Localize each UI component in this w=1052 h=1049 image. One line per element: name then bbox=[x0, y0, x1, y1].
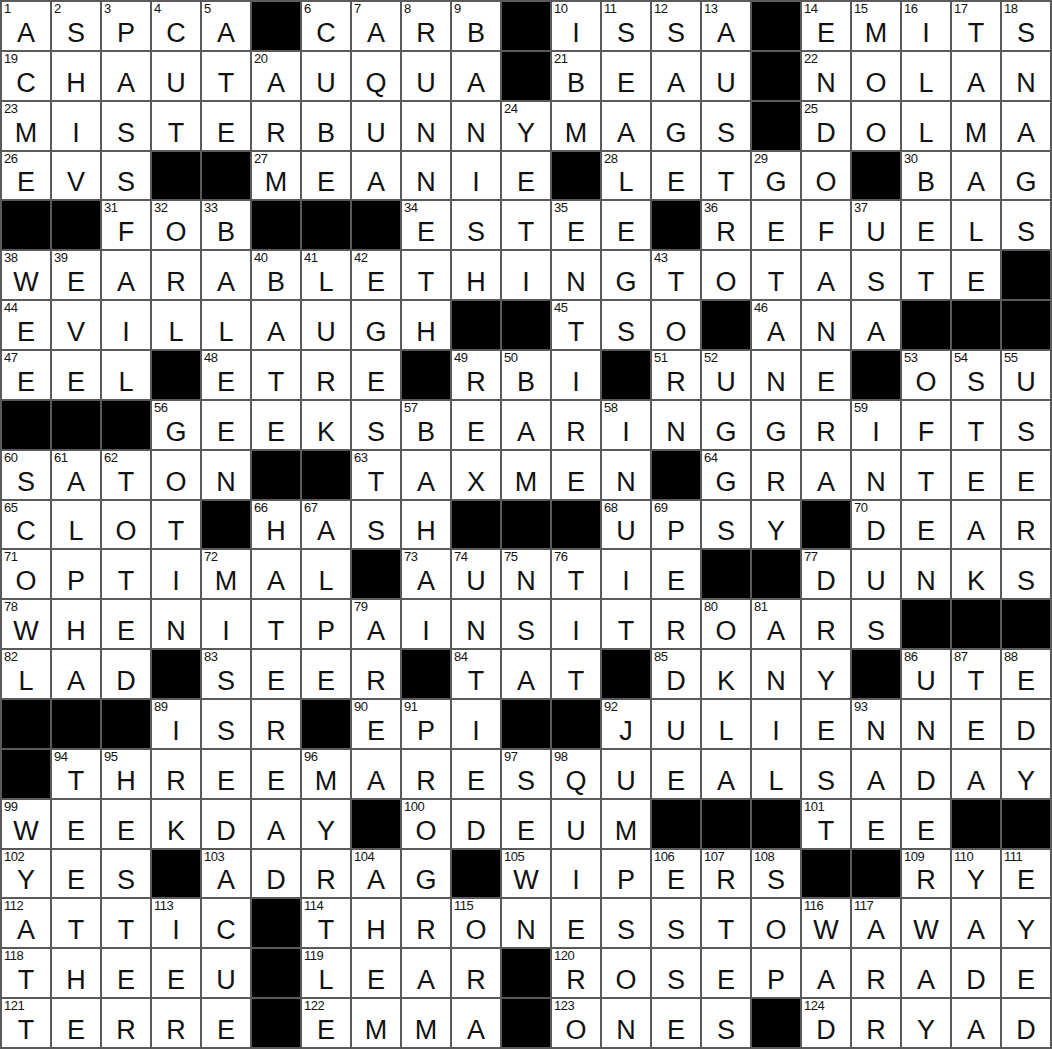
cell-r20c18[interactable]: R bbox=[852, 949, 900, 997]
cell-r1c1[interactable]: 1A bbox=[2, 2, 50, 50]
cell-r15c18[interactable]: 93N bbox=[852, 700, 900, 748]
cell-r4c6[interactable]: 27M bbox=[252, 152, 300, 200]
cell-r19c14[interactable]: S bbox=[652, 899, 700, 947]
cell-r17c7[interactable]: Y bbox=[302, 800, 350, 848]
cell-r13c9[interactable]: I bbox=[402, 600, 450, 648]
cell-r4c15[interactable]: T bbox=[702, 152, 750, 200]
cell-r13c12[interactable]: I bbox=[552, 600, 600, 648]
cell-r4c10[interactable]: I bbox=[452, 152, 500, 200]
cell-r16c2[interactable]: 94T bbox=[52, 750, 100, 798]
cell-r4c7[interactable]: E bbox=[302, 152, 350, 200]
cell-r10c19[interactable]: T bbox=[902, 451, 950, 499]
cell-r11c16[interactable]: Y bbox=[752, 501, 800, 549]
cell-r11c20[interactable]: A bbox=[952, 501, 1000, 549]
cell-r5c21[interactable]: S bbox=[1002, 201, 1050, 249]
cell-r5c19[interactable]: E bbox=[902, 201, 950, 249]
cell-r13c5[interactable]: I bbox=[202, 600, 250, 648]
cell-r8c20[interactable]: 54S bbox=[952, 351, 1000, 399]
cell-r9c18[interactable]: 59I bbox=[852, 401, 900, 449]
cell-r16c18[interactable]: A bbox=[852, 750, 900, 798]
cell-r16c20[interactable]: A bbox=[952, 750, 1000, 798]
cell-r5c20[interactable]: L bbox=[952, 201, 1000, 249]
cell-r9c6[interactable]: E bbox=[252, 401, 300, 449]
cell-r11c9[interactable]: H bbox=[402, 501, 450, 549]
cell-r11c3[interactable]: O bbox=[102, 501, 150, 549]
cell-r18c8[interactable]: 104A bbox=[352, 850, 400, 898]
cell-r21c13[interactable]: N bbox=[602, 999, 650, 1047]
cell-r13c10[interactable]: N bbox=[452, 600, 500, 648]
cell-r18c21[interactable]: 111E bbox=[1002, 850, 1050, 898]
cell-r9c14[interactable]: N bbox=[652, 401, 700, 449]
cell-r20c3[interactable]: E bbox=[102, 949, 150, 997]
cell-r4c3[interactable]: S bbox=[102, 152, 150, 200]
cell-r20c19[interactable]: A bbox=[902, 949, 950, 997]
cell-r3c8[interactable]: U bbox=[352, 102, 400, 150]
cell-r20c21[interactable]: E bbox=[1002, 949, 1050, 997]
cell-r19c8[interactable]: H bbox=[352, 899, 400, 947]
cell-r11c15[interactable]: S bbox=[702, 501, 750, 549]
cell-r10c1[interactable]: 60S bbox=[2, 451, 50, 499]
cell-r10c5[interactable]: N bbox=[202, 451, 250, 499]
cell-r18c2[interactable]: E bbox=[52, 850, 100, 898]
cell-r1c14[interactable]: 12S bbox=[652, 2, 700, 50]
cell-r16c6[interactable]: E bbox=[252, 750, 300, 798]
cell-r9c17[interactable]: R bbox=[802, 401, 850, 449]
cell-r7c12[interactable]: 45T bbox=[552, 301, 600, 349]
cell-r18c6[interactable]: D bbox=[252, 850, 300, 898]
cell-r3c2[interactable]: I bbox=[52, 102, 100, 150]
cell-r11c8[interactable]: S bbox=[352, 501, 400, 549]
cell-r16c9[interactable]: R bbox=[402, 750, 450, 798]
cell-r5c10[interactable]: S bbox=[452, 201, 500, 249]
cell-r10c17[interactable]: A bbox=[802, 451, 850, 499]
cell-r19c15[interactable]: T bbox=[702, 899, 750, 947]
cell-r19c12[interactable]: E bbox=[552, 899, 600, 947]
cell-r18c19[interactable]: 109R bbox=[902, 850, 950, 898]
cell-r20c16[interactable]: P bbox=[752, 949, 800, 997]
cell-r13c13[interactable]: T bbox=[602, 600, 650, 648]
cell-r14c21[interactable]: 88E bbox=[1002, 650, 1050, 698]
cell-r19c21[interactable]: Y bbox=[1002, 899, 1050, 947]
cell-r20c9[interactable]: A bbox=[402, 949, 450, 997]
cell-r20c14[interactable]: S bbox=[652, 949, 700, 997]
cell-r18c11[interactable]: 105W bbox=[502, 850, 550, 898]
cell-r7c4[interactable]: L bbox=[152, 301, 200, 349]
cell-r12c10[interactable]: 74U bbox=[452, 550, 500, 598]
cell-r9c15[interactable]: G bbox=[702, 401, 750, 449]
cell-r10c10[interactable]: X bbox=[452, 451, 500, 499]
cell-r21c15[interactable]: S bbox=[702, 999, 750, 1047]
cell-r14c1[interactable]: 82L bbox=[2, 650, 50, 698]
cell-r16c13[interactable]: U bbox=[602, 750, 650, 798]
cell-r7c18[interactable]: A bbox=[852, 301, 900, 349]
cell-r7c9[interactable]: H bbox=[402, 301, 450, 349]
cell-r18c3[interactable]: S bbox=[102, 850, 150, 898]
cell-r3c12[interactable]: M bbox=[552, 102, 600, 150]
cell-r1c19[interactable]: 16I bbox=[902, 2, 950, 50]
cell-r19c9[interactable]: R bbox=[402, 899, 450, 947]
cell-r2c19[interactable]: L bbox=[902, 52, 950, 100]
cell-r16c12[interactable]: 98Q bbox=[552, 750, 600, 798]
cell-r10c21[interactable]: E bbox=[1002, 451, 1050, 499]
cell-r20c20[interactable]: D bbox=[952, 949, 1000, 997]
cell-r12c12[interactable]: 76T bbox=[552, 550, 600, 598]
cell-r7c1[interactable]: 44E bbox=[2, 301, 50, 349]
cell-r10c16[interactable]: R bbox=[752, 451, 800, 499]
cell-r15c14[interactable]: U bbox=[652, 700, 700, 748]
cell-r21c10[interactable]: A bbox=[452, 999, 500, 1047]
cell-r13c6[interactable]: T bbox=[252, 600, 300, 648]
cell-r16c7[interactable]: 96M bbox=[302, 750, 350, 798]
cell-r20c10[interactable]: R bbox=[452, 949, 500, 997]
cell-r12c2[interactable]: P bbox=[52, 550, 100, 598]
cell-r1c15[interactable]: 13A bbox=[702, 2, 750, 50]
cell-r5c15[interactable]: 36R bbox=[702, 201, 750, 249]
cell-r16c3[interactable]: 95H bbox=[102, 750, 150, 798]
cell-r6c6[interactable]: 40B bbox=[252, 251, 300, 299]
cell-r19c5[interactable]: C bbox=[202, 899, 250, 947]
cell-r9c12[interactable]: R bbox=[552, 401, 600, 449]
cell-r12c3[interactable]: T bbox=[102, 550, 150, 598]
cell-r3c1[interactable]: 23M bbox=[2, 102, 50, 150]
cell-r1c12[interactable]: 10I bbox=[552, 2, 600, 50]
cell-r6c16[interactable]: T bbox=[752, 251, 800, 299]
cell-r10c12[interactable]: E bbox=[552, 451, 600, 499]
cell-r6c11[interactable]: I bbox=[502, 251, 550, 299]
cell-r18c12[interactable]: I bbox=[552, 850, 600, 898]
cell-r15c10[interactable]: I bbox=[452, 700, 500, 748]
cell-r19c1[interactable]: 112A bbox=[2, 899, 50, 947]
cell-r21c8[interactable]: M bbox=[352, 999, 400, 1047]
cell-r5c3[interactable]: 31F bbox=[102, 201, 150, 249]
cell-r2c1[interactable]: 19C bbox=[2, 52, 50, 100]
cell-r6c15[interactable]: O bbox=[702, 251, 750, 299]
cell-r7c17[interactable]: N bbox=[802, 301, 850, 349]
cell-r11c1[interactable]: 65C bbox=[2, 501, 50, 549]
cell-r2c20[interactable]: A bbox=[952, 52, 1000, 100]
cell-r19c19[interactable]: W bbox=[902, 899, 950, 947]
cell-r17c18[interactable]: E bbox=[852, 800, 900, 848]
cell-r4c16[interactable]: 29G bbox=[752, 152, 800, 200]
cell-r14c11[interactable]: A bbox=[502, 650, 550, 698]
cell-r7c16[interactable]: 46A bbox=[752, 301, 800, 349]
cell-r16c15[interactable]: A bbox=[702, 750, 750, 798]
cell-r1c10[interactable]: 9B bbox=[452, 2, 500, 50]
cell-r4c11[interactable]: E bbox=[502, 152, 550, 200]
cell-r18c5[interactable]: 103A bbox=[202, 850, 250, 898]
cell-r17c2[interactable]: E bbox=[52, 800, 100, 848]
cell-r2c21[interactable]: N bbox=[1002, 52, 1050, 100]
cell-r21c12[interactable]: 123O bbox=[552, 999, 600, 1047]
cell-r2c5[interactable]: T bbox=[202, 52, 250, 100]
cell-r11c13[interactable]: 68U bbox=[602, 501, 650, 549]
cell-r20c2[interactable]: H bbox=[52, 949, 100, 997]
cell-r21c19[interactable]: Y bbox=[902, 999, 950, 1047]
cell-r16c14[interactable]: E bbox=[652, 750, 700, 798]
cell-r17c17[interactable]: 101T bbox=[802, 800, 850, 848]
cell-r1c9[interactable]: 8R bbox=[402, 2, 450, 50]
cell-r17c12[interactable]: U bbox=[552, 800, 600, 848]
cell-r17c13[interactable]: M bbox=[602, 800, 650, 848]
cell-r4c9[interactable]: N bbox=[402, 152, 450, 200]
cell-r16c19[interactable]: D bbox=[902, 750, 950, 798]
cell-r3c5[interactable]: E bbox=[202, 102, 250, 150]
cell-r1c2[interactable]: 2S bbox=[52, 2, 100, 50]
cell-r2c6[interactable]: 20A bbox=[252, 52, 300, 100]
cell-r15c20[interactable]: E bbox=[952, 700, 1000, 748]
cell-r2c4[interactable]: U bbox=[152, 52, 200, 100]
cell-r2c2[interactable]: H bbox=[52, 52, 100, 100]
cell-r14c8[interactable]: R bbox=[352, 650, 400, 698]
cell-r21c17[interactable]: 124D bbox=[802, 999, 850, 1047]
cell-r6c7[interactable]: 41L bbox=[302, 251, 350, 299]
cell-r10c8[interactable]: 63T bbox=[352, 451, 400, 499]
cell-r4c20[interactable]: A bbox=[952, 152, 1000, 200]
cell-r14c17[interactable]: Y bbox=[802, 650, 850, 698]
cell-r12c17[interactable]: 77D bbox=[802, 550, 850, 598]
cell-r9c8[interactable]: S bbox=[352, 401, 400, 449]
cell-r9c11[interactable]: A bbox=[502, 401, 550, 449]
cell-r17c3[interactable]: E bbox=[102, 800, 150, 848]
cell-r11c21[interactable]: R bbox=[1002, 501, 1050, 549]
cell-r2c9[interactable]: U bbox=[402, 52, 450, 100]
cell-r5c18[interactable]: 37U bbox=[852, 201, 900, 249]
cell-r16c17[interactable]: S bbox=[802, 750, 850, 798]
cell-r20c12[interactable]: 120R bbox=[552, 949, 600, 997]
cell-r13c4[interactable]: N bbox=[152, 600, 200, 648]
cell-r15c5[interactable]: S bbox=[202, 700, 250, 748]
cell-r7c5[interactable]: L bbox=[202, 301, 250, 349]
cell-r18c16[interactable]: 108S bbox=[752, 850, 800, 898]
cell-r10c20[interactable]: E bbox=[952, 451, 1000, 499]
cell-r20c5[interactable]: U bbox=[202, 949, 250, 997]
cell-r16c5[interactable]: E bbox=[202, 750, 250, 798]
cell-r11c6[interactable]: 66H bbox=[252, 501, 300, 549]
cell-r12c6[interactable]: A bbox=[252, 550, 300, 598]
cell-r14c10[interactable]: 84T bbox=[452, 650, 500, 698]
cell-r21c1[interactable]: 121T bbox=[2, 999, 50, 1047]
cell-r3c15[interactable]: S bbox=[702, 102, 750, 150]
cell-r15c9[interactable]: 91P bbox=[402, 700, 450, 748]
cell-r15c17[interactable]: E bbox=[802, 700, 850, 748]
cell-r18c20[interactable]: 110Y bbox=[952, 850, 1000, 898]
cell-r17c19[interactable]: E bbox=[902, 800, 950, 848]
cell-r8c10[interactable]: 49R bbox=[452, 351, 500, 399]
cell-r5c12[interactable]: 35E bbox=[552, 201, 600, 249]
cell-r14c3[interactable]: D bbox=[102, 650, 150, 698]
cell-r9c16[interactable]: G bbox=[752, 401, 800, 449]
cell-r1c18[interactable]: 15M bbox=[852, 2, 900, 50]
cell-r20c13[interactable]: O bbox=[602, 949, 650, 997]
cell-r2c17[interactable]: 22N bbox=[802, 52, 850, 100]
cell-r17c10[interactable]: D bbox=[452, 800, 500, 848]
cell-r21c5[interactable]: E bbox=[202, 999, 250, 1047]
cell-r3c9[interactable]: N bbox=[402, 102, 450, 150]
cell-r4c14[interactable]: E bbox=[652, 152, 700, 200]
cell-r12c19[interactable]: N bbox=[902, 550, 950, 598]
cell-r21c18[interactable]: R bbox=[852, 999, 900, 1047]
cell-r8c21[interactable]: 55U bbox=[1002, 351, 1050, 399]
cell-r13c17[interactable]: R bbox=[802, 600, 850, 648]
cell-r8c11[interactable]: 50B bbox=[502, 351, 550, 399]
cell-r7c6[interactable]: A bbox=[252, 301, 300, 349]
cell-r3c21[interactable]: A bbox=[1002, 102, 1050, 150]
cell-r20c1[interactable]: 118T bbox=[2, 949, 50, 997]
cell-r4c19[interactable]: 30B bbox=[902, 152, 950, 200]
cell-r9c7[interactable]: K bbox=[302, 401, 350, 449]
cell-r17c6[interactable]: A bbox=[252, 800, 300, 848]
cell-r19c18[interactable]: 117A bbox=[852, 899, 900, 947]
cell-r15c8[interactable]: 90E bbox=[352, 700, 400, 748]
cell-r10c18[interactable]: N bbox=[852, 451, 900, 499]
cell-r8c19[interactable]: 53O bbox=[902, 351, 950, 399]
cell-r1c3[interactable]: 3P bbox=[102, 2, 150, 50]
cell-r12c1[interactable]: 71O bbox=[2, 550, 50, 598]
cell-r6c18[interactable]: S bbox=[852, 251, 900, 299]
cell-r17c4[interactable]: K bbox=[152, 800, 200, 848]
cell-r8c17[interactable]: E bbox=[802, 351, 850, 399]
cell-r12c14[interactable]: E bbox=[652, 550, 700, 598]
cell-r6c1[interactable]: 38W bbox=[2, 251, 50, 299]
cell-r21c4[interactable]: R bbox=[152, 999, 200, 1047]
cell-r8c1[interactable]: 47E bbox=[2, 351, 50, 399]
cell-r3c20[interactable]: M bbox=[952, 102, 1000, 150]
cell-r13c1[interactable]: 78W bbox=[2, 600, 50, 648]
cell-r10c15[interactable]: 64G bbox=[702, 451, 750, 499]
cell-r17c11[interactable]: E bbox=[502, 800, 550, 848]
cell-r4c2[interactable]: V bbox=[52, 152, 100, 200]
cell-r3c18[interactable]: O bbox=[852, 102, 900, 150]
cell-r14c15[interactable]: K bbox=[702, 650, 750, 698]
cell-r19c13[interactable]: S bbox=[602, 899, 650, 947]
cell-r6c12[interactable]: N bbox=[552, 251, 600, 299]
cell-r13c14[interactable]: R bbox=[652, 600, 700, 648]
cell-r12c4[interactable]: I bbox=[152, 550, 200, 598]
cell-r19c2[interactable]: T bbox=[52, 899, 100, 947]
cell-r5c5[interactable]: 33B bbox=[202, 201, 250, 249]
cell-r3c3[interactable]: S bbox=[102, 102, 150, 150]
cell-r2c10[interactable]: A bbox=[452, 52, 500, 100]
cell-r12c18[interactable]: U bbox=[852, 550, 900, 598]
cell-r14c14[interactable]: 85D bbox=[652, 650, 700, 698]
cell-r6c9[interactable]: T bbox=[402, 251, 450, 299]
cell-r8c8[interactable]: E bbox=[352, 351, 400, 399]
cell-r9c19[interactable]: F bbox=[902, 401, 950, 449]
cell-r3c14[interactable]: G bbox=[652, 102, 700, 150]
cell-r18c1[interactable]: 102Y bbox=[2, 850, 50, 898]
cell-r8c5[interactable]: 48E bbox=[202, 351, 250, 399]
cell-r19c11[interactable]: N bbox=[502, 899, 550, 947]
cell-r19c17[interactable]: 116W bbox=[802, 899, 850, 947]
cell-r7c7[interactable]: U bbox=[302, 301, 350, 349]
cell-r1c13[interactable]: 11S bbox=[602, 2, 650, 50]
cell-r14c2[interactable]: A bbox=[52, 650, 100, 698]
cell-r6c2[interactable]: 39E bbox=[52, 251, 100, 299]
cell-r2c3[interactable]: A bbox=[102, 52, 150, 100]
cell-r19c7[interactable]: 114T bbox=[302, 899, 350, 947]
cell-r13c18[interactable]: S bbox=[852, 600, 900, 648]
cell-r18c14[interactable]: 106E bbox=[652, 850, 700, 898]
cell-r20c7[interactable]: 119L bbox=[302, 949, 350, 997]
cell-r6c3[interactable]: A bbox=[102, 251, 150, 299]
cell-r3c6[interactable]: R bbox=[252, 102, 300, 150]
cell-r19c10[interactable]: 115O bbox=[452, 899, 500, 947]
cell-r12c13[interactable]: I bbox=[602, 550, 650, 598]
cell-r1c21[interactable]: 18S bbox=[1002, 2, 1050, 50]
cell-r13c2[interactable]: H bbox=[52, 600, 100, 648]
cell-r2c13[interactable]: E bbox=[602, 52, 650, 100]
cell-r20c15[interactable]: E bbox=[702, 949, 750, 997]
cell-r10c3[interactable]: 62T bbox=[102, 451, 150, 499]
cell-r2c12[interactable]: 21B bbox=[552, 52, 600, 100]
cell-r6c5[interactable]: A bbox=[202, 251, 250, 299]
cell-r9c9[interactable]: 57B bbox=[402, 401, 450, 449]
cell-r3c17[interactable]: 25D bbox=[802, 102, 850, 150]
cell-r7c13[interactable]: S bbox=[602, 301, 650, 349]
cell-r10c13[interactable]: N bbox=[602, 451, 650, 499]
cell-r17c5[interactable]: D bbox=[202, 800, 250, 848]
cell-r9c13[interactable]: 58I bbox=[602, 401, 650, 449]
cell-r19c4[interactable]: 113I bbox=[152, 899, 200, 947]
cell-r15c15[interactable]: L bbox=[702, 700, 750, 748]
cell-r3c4[interactable]: T bbox=[152, 102, 200, 150]
cell-r15c16[interactable]: I bbox=[752, 700, 800, 748]
cell-r19c20[interactable]: A bbox=[952, 899, 1000, 947]
cell-r14c7[interactable]: E bbox=[302, 650, 350, 698]
cell-r14c12[interactable]: T bbox=[552, 650, 600, 698]
cell-r11c7[interactable]: 67A bbox=[302, 501, 350, 549]
cell-r17c1[interactable]: 99W bbox=[2, 800, 50, 848]
cell-r2c8[interactable]: Q bbox=[352, 52, 400, 100]
cell-r1c8[interactable]: 7A bbox=[352, 2, 400, 50]
cell-r3c19[interactable]: L bbox=[902, 102, 950, 150]
cell-r10c4[interactable]: O bbox=[152, 451, 200, 499]
cell-r21c9[interactable]: M bbox=[402, 999, 450, 1047]
cell-r3c13[interactable]: A bbox=[602, 102, 650, 150]
cell-r7c8[interactable]: G bbox=[352, 301, 400, 349]
cell-r12c20[interactable]: K bbox=[952, 550, 1000, 598]
cell-r21c2[interactable]: E bbox=[52, 999, 100, 1047]
cell-r7c14[interactable]: O bbox=[652, 301, 700, 349]
cell-r21c7[interactable]: 122E bbox=[302, 999, 350, 1047]
cell-r8c16[interactable]: N bbox=[752, 351, 800, 399]
cell-r21c14[interactable]: E bbox=[652, 999, 700, 1047]
cell-r5c4[interactable]: 32O bbox=[152, 201, 200, 249]
cell-r12c9[interactable]: 73A bbox=[402, 550, 450, 598]
cell-r6c17[interactable]: A bbox=[802, 251, 850, 299]
cell-r11c18[interactable]: 70D bbox=[852, 501, 900, 549]
cell-r4c21[interactable]: G bbox=[1002, 152, 1050, 200]
cell-r21c3[interactable]: R bbox=[102, 999, 150, 1047]
cell-r6c8[interactable]: 42E bbox=[352, 251, 400, 299]
cell-r11c14[interactable]: 69P bbox=[652, 501, 700, 549]
cell-r4c8[interactable]: A bbox=[352, 152, 400, 200]
cell-r16c10[interactable]: E bbox=[452, 750, 500, 798]
cell-r16c8[interactable]: A bbox=[352, 750, 400, 798]
cell-r7c2[interactable]: V bbox=[52, 301, 100, 349]
cell-r19c16[interactable]: O bbox=[752, 899, 800, 947]
cell-r13c11[interactable]: S bbox=[502, 600, 550, 648]
cell-r6c14[interactable]: 43T bbox=[652, 251, 700, 299]
cell-r12c7[interactable]: L bbox=[302, 550, 350, 598]
cell-r15c21[interactable]: D bbox=[1002, 700, 1050, 748]
cell-r8c6[interactable]: T bbox=[252, 351, 300, 399]
cell-r9c20[interactable]: T bbox=[952, 401, 1000, 449]
cell-r9c10[interactable]: E bbox=[452, 401, 500, 449]
cell-r8c7[interactable]: R bbox=[302, 351, 350, 399]
cell-r16c4[interactable]: R bbox=[152, 750, 200, 798]
cell-r20c8[interactable]: E bbox=[352, 949, 400, 997]
